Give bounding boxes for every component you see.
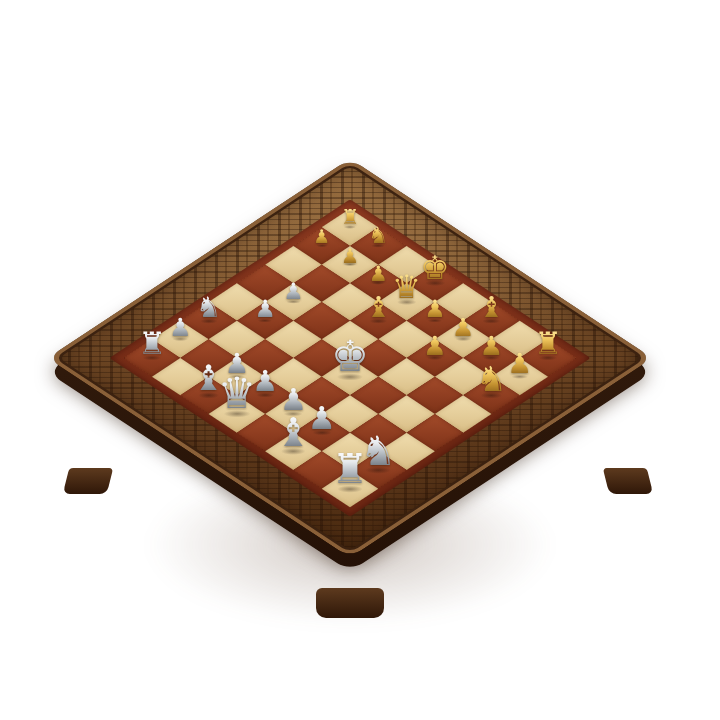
chess-piece-glyph: ♝ [365,293,391,322]
chess-piece-glyph: ♛ [392,271,421,303]
chess-piece-glyph: ♟ [480,333,504,359]
chess-piece-glyph: ♞ [476,362,507,397]
chess-piece-glyph: ♝ [479,293,505,322]
chess-set-photo: ♜♞♟♟♚♟♟♛♞♟♝♝♟♟♟♜♜♟♟♚♟♟♝♟♞♛♟♟♝♞♜ [0,0,720,720]
chess-piece-glyph: ♞ [196,293,222,322]
chess-piece-glyph: ♜ [341,208,359,228]
chess-piece-glyph: ♜ [332,449,369,490]
chess-piece-glyph: ♟ [369,263,388,284]
chess-piece-glyph: ♟ [423,333,447,359]
chess-piece-glyph: ♛ [217,372,256,415]
chess-piece-glyph: ♟ [341,245,359,265]
chess-piece-glyph: ♜ [138,328,166,359]
chess-piece-glyph: ♟ [424,298,445,322]
chess-piece-glyph: ♚ [331,336,369,378]
chess-piece-glyph: ♜ [534,328,562,359]
chess-piece-glyph: ♝ [276,413,311,453]
chess-piece-glyph: ♟ [169,315,192,340]
chess-piece-glyph: ♟ [254,298,275,322]
chess-piece-glyph: ♚ [420,252,449,285]
chess-piece-glyph: ♞ [368,224,388,246]
chess-piece-glyph: ♟ [313,228,330,247]
chess-piece-glyph: ♟ [283,280,303,303]
chess-piece-glyph: ♟ [452,315,475,340]
chess-piece-glyph: ♟ [308,402,336,434]
chess-piece-glyph: ♟ [507,350,532,378]
pieces-layer: ♜♞♟♟♚♟♟♛♞♟♝♝♟♟♟♜♜♟♟♚♟♟♝♟♞♛♟♟♝♞♜ [0,0,720,720]
